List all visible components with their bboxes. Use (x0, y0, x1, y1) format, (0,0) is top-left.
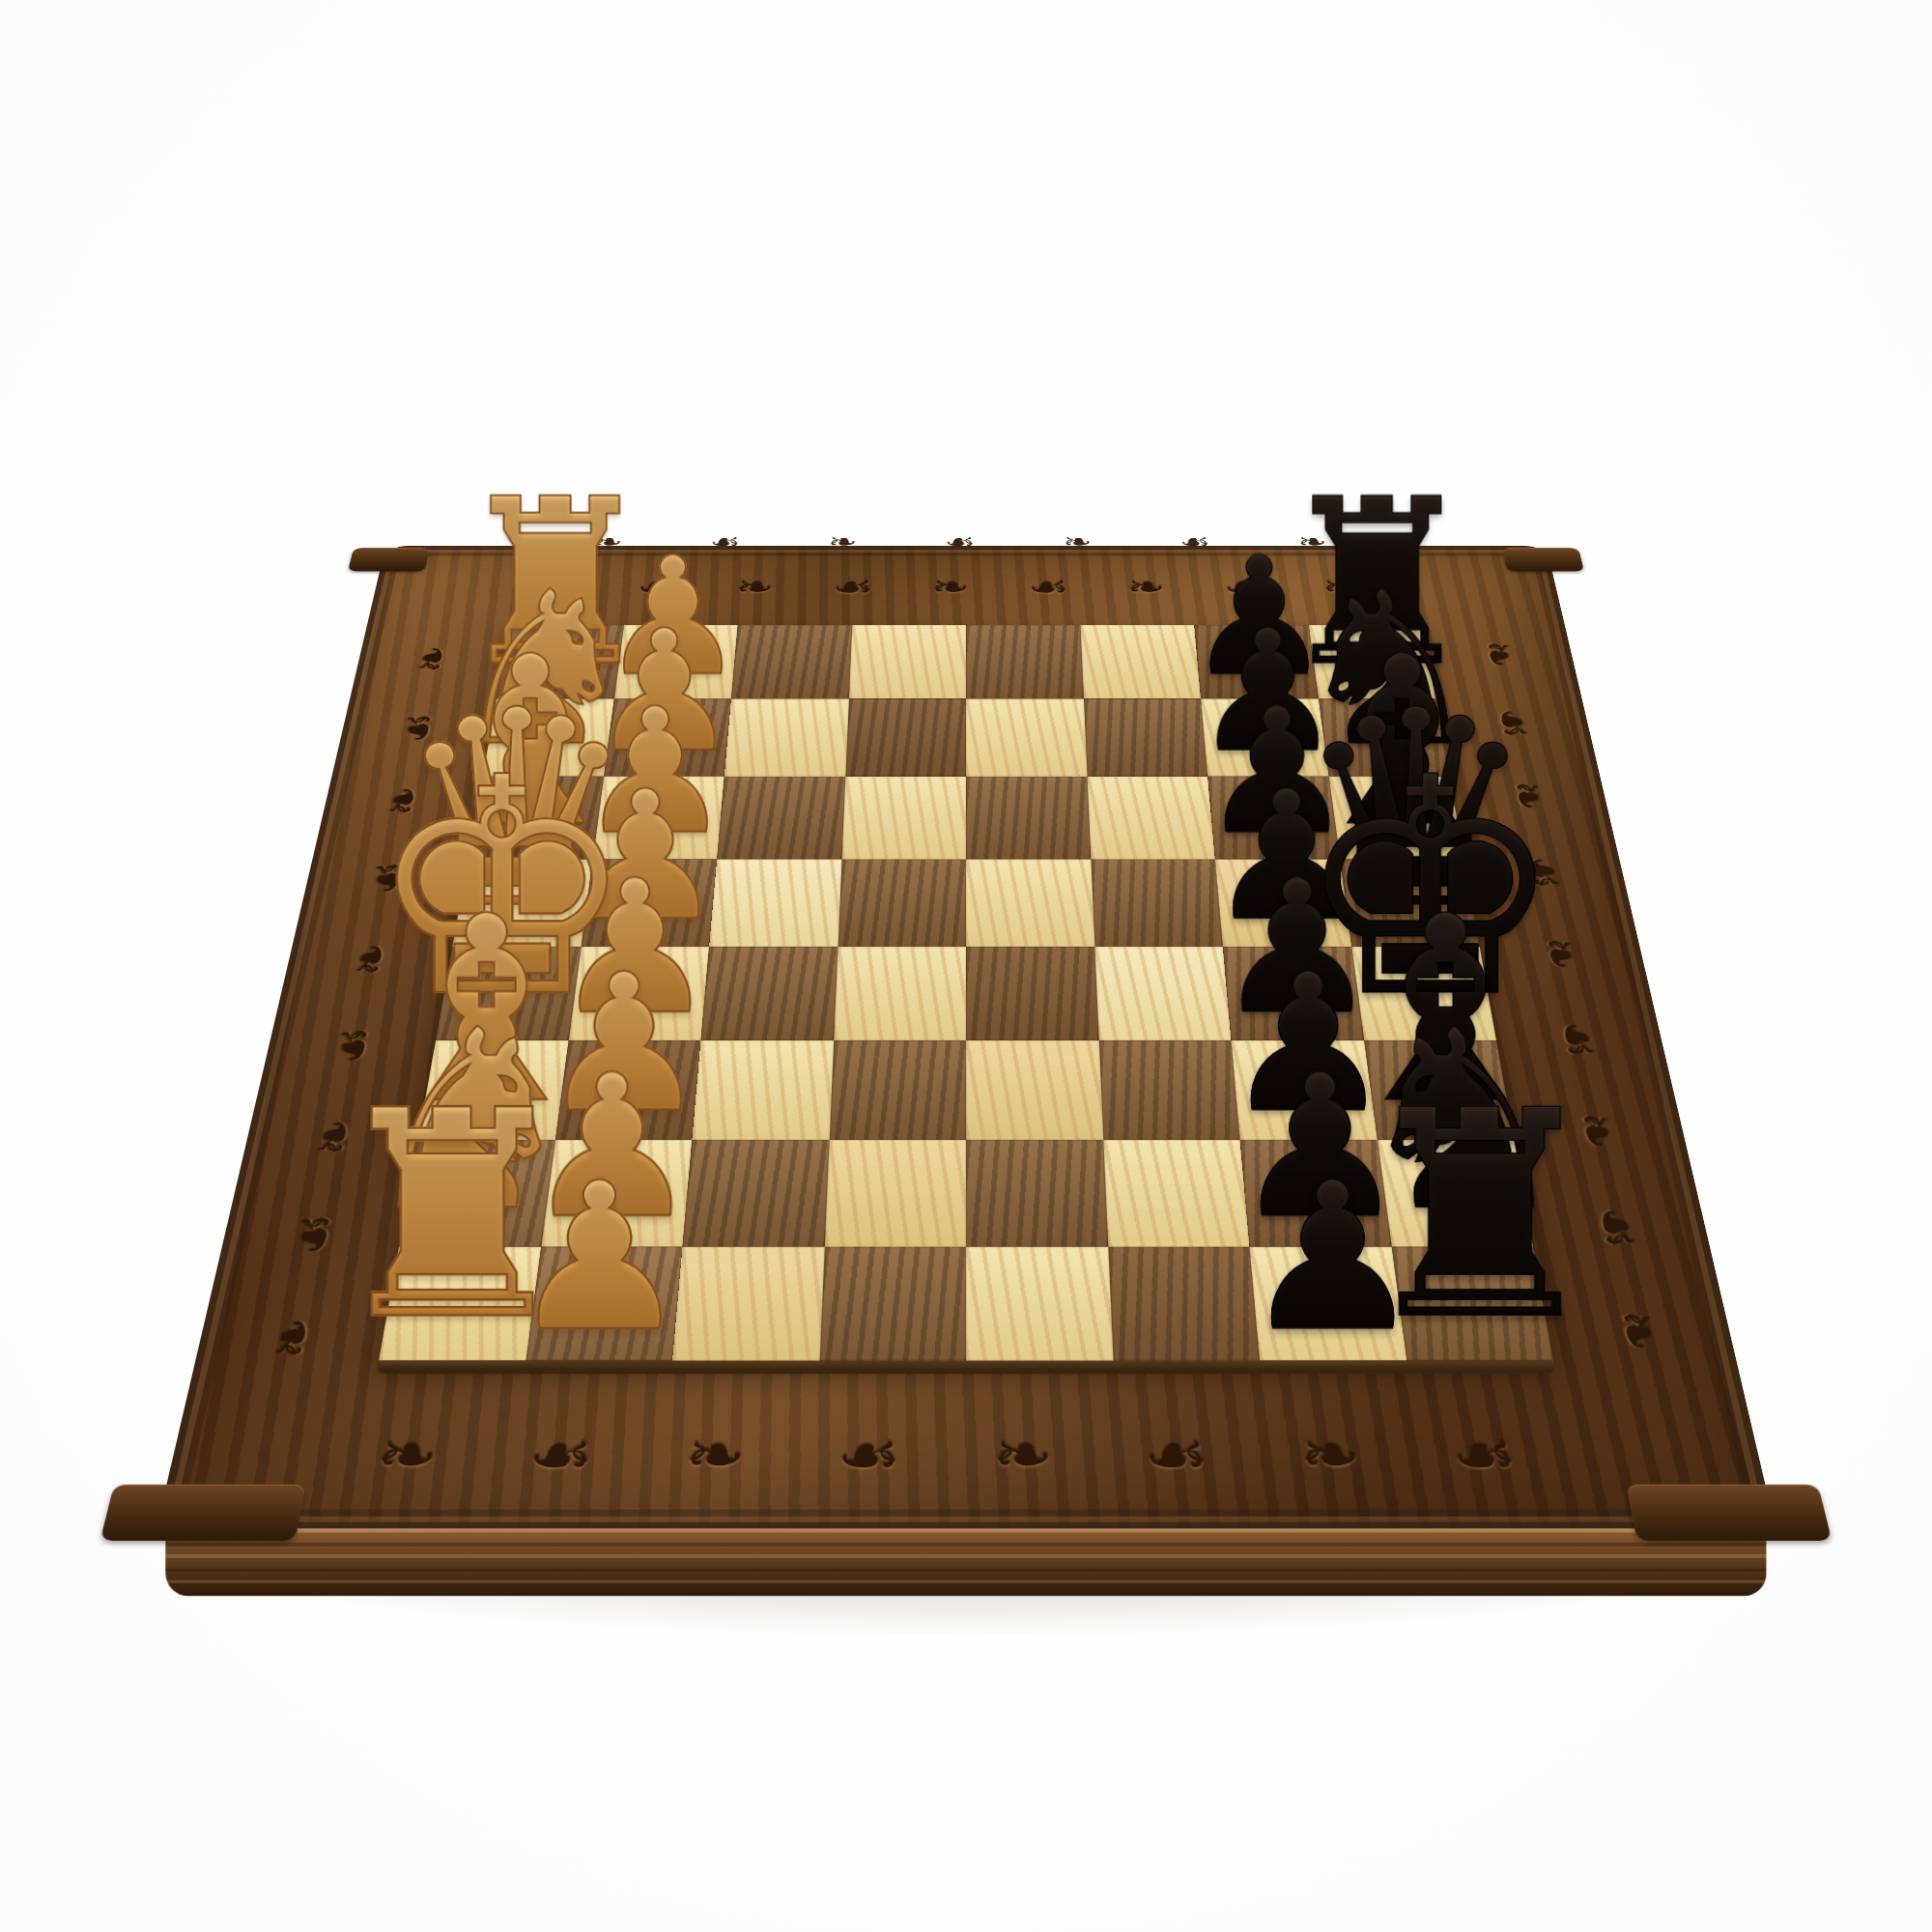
square-c6[interactable] (1087, 777, 1215, 859)
board-foot-near-right (1626, 1485, 1832, 1541)
square-f5[interactable] (966, 1040, 1103, 1140)
board-squares: ♜♟♟♜♞♟♟♞♝♟♟♝♛♟♟♛♚♟♟♚♝♟♟♝♞♟♟♞♜♟♟♜ (379, 625, 1553, 1360)
square-b5[interactable] (966, 698, 1087, 777)
square-f3[interactable] (692, 1040, 833, 1140)
board-foot-far-right (1502, 548, 1584, 571)
black-rook-h8[interactable]: ♜ (1351, 1073, 1607, 1359)
square-h2[interactable]: ♟ (526, 1246, 683, 1360)
square-d6[interactable] (1091, 859, 1223, 947)
square-e4[interactable] (834, 947, 966, 1040)
board-foot-far-left (348, 548, 430, 571)
playing-surface: ♜♟♟♜♞♟♟♞♝♟♟♝♛♟♟♛♚♟♟♚♝♟♟♝♞♟♟♞♜♟♟♜ (379, 625, 1553, 1360)
square-d4[interactable] (838, 859, 966, 947)
playing-surface-edge (377, 1361, 1556, 1375)
perspective-wrapper: ❧ ☙ ❧ ☙ ❧ ☙ ❧ ☙ ❧ ❧ ☙ ❧ ☙ ❧ ☙ ❧ ☙ ❧ ☙ ❧ … (290, 280, 1642, 1633)
square-g4[interactable] (824, 1140, 966, 1246)
square-a6[interactable] (1080, 625, 1201, 698)
square-h5[interactable] (966, 1246, 1113, 1360)
square-c3[interactable] (717, 777, 845, 859)
square-d5[interactable] (966, 859, 1094, 947)
square-f6[interactable] (1098, 1040, 1239, 1140)
square-e6[interactable] (1094, 947, 1232, 1040)
square-b4[interactable] (845, 698, 966, 777)
square-h3[interactable] (672, 1246, 824, 1360)
square-e3[interactable] (701, 947, 838, 1040)
square-e5[interactable] (966, 947, 1098, 1040)
square-h8[interactable]: ♜ (1391, 1246, 1553, 1360)
square-g5[interactable] (966, 1140, 1108, 1246)
square-f4[interactable] (829, 1040, 966, 1140)
square-c4[interactable] (841, 777, 966, 859)
white-pawn-h2[interactable]: ♟ (508, 1155, 691, 1359)
square-h6[interactable] (1108, 1246, 1260, 1360)
square-d3[interactable] (709, 859, 841, 947)
square-a5[interactable] (966, 625, 1084, 698)
square-h4[interactable] (819, 1246, 966, 1360)
square-a4[interactable] (848, 625, 966, 698)
square-b6[interactable] (1084, 698, 1208, 777)
square-g6[interactable] (1103, 1140, 1250, 1246)
board-front-molding (165, 1529, 1766, 1596)
photo-stage: ❧ ☙ ❧ ☙ ❧ ☙ ❧ ☙ ❧ ❧ ☙ ❧ ☙ ❧ ☙ ❧ ☙ ❧ ☙ ❧ … (0, 0, 1932, 1932)
carved-ornament-near-icon: ❧ ☙ ❧ ☙ ❧ ☙ ❧ ☙ ❧ ☙ ❧ (370, 1415, 1562, 1496)
square-b3[interactable] (724, 698, 849, 777)
square-a3[interactable] (731, 625, 852, 698)
chess-board: ❧ ☙ ❧ ☙ ❧ ☙ ❧ ☙ ❧ ❧ ☙ ❧ ☙ ❧ ☙ ❧ ☙ ❧ ☙ ❧ … (156, 546, 1776, 1529)
square-g3[interactable] (683, 1140, 830, 1246)
board-foot-near-left (100, 1485, 306, 1541)
square-c5[interactable] (966, 777, 1091, 859)
